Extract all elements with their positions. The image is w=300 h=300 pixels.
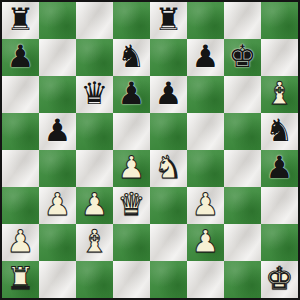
square-h1[interactable]: ♚ [261, 261, 298, 298]
square-c4[interactable] [76, 150, 113, 187]
chess-board: ♜♜♟♞♟♚♛♟♟♝♟♞♟♞♟♟♟♛♟♟♝♟♜♚ [0, 0, 300, 300]
square-f3[interactable]: ♟ [187, 187, 224, 224]
square-c3[interactable]: ♟ [76, 187, 113, 224]
square-h5[interactable]: ♞ [261, 113, 298, 150]
square-h6[interactable]: ♝ [261, 76, 298, 113]
white-bishop-piece[interactable]: ♝ [266, 78, 294, 109]
square-e3[interactable] [150, 187, 187, 224]
square-e7[interactable] [150, 39, 187, 76]
white-queen-piece[interactable]: ♛ [118, 189, 146, 220]
square-g5[interactable] [224, 113, 261, 150]
square-a7[interactable]: ♟ [2, 39, 39, 76]
square-d6[interactable]: ♟ [113, 76, 150, 113]
white-pawn-piece[interactable]: ♟ [81, 189, 109, 220]
square-f7[interactable]: ♟ [187, 39, 224, 76]
square-d3[interactable]: ♛ [113, 187, 150, 224]
square-g8[interactable] [224, 2, 261, 39]
black-king-piece[interactable]: ♚ [229, 41, 257, 72]
white-rook-piece[interactable]: ♜ [7, 263, 35, 294]
square-h3[interactable] [261, 187, 298, 224]
white-king-piece[interactable]: ♚ [266, 263, 294, 294]
black-pawn-piece[interactable]: ♟ [266, 152, 294, 183]
square-g2[interactable] [224, 224, 261, 261]
square-c1[interactable] [76, 261, 113, 298]
black-knight-piece[interactable]: ♞ [118, 41, 146, 72]
square-e5[interactable] [150, 113, 187, 150]
square-h4[interactable]: ♟ [261, 150, 298, 187]
square-f2[interactable]: ♟ [187, 224, 224, 261]
square-e4[interactable]: ♞ [150, 150, 187, 187]
square-b4[interactable] [39, 150, 76, 187]
square-b1[interactable] [39, 261, 76, 298]
square-g3[interactable] [224, 187, 261, 224]
square-f5[interactable] [187, 113, 224, 150]
square-a4[interactable] [2, 150, 39, 187]
square-h8[interactable] [261, 2, 298, 39]
black-rook-piece[interactable]: ♜ [155, 4, 183, 35]
square-a2[interactable]: ♟ [2, 224, 39, 261]
white-knight-piece[interactable]: ♞ [155, 152, 183, 183]
square-b6[interactable] [39, 76, 76, 113]
black-queen-piece[interactable]: ♛ [81, 78, 109, 109]
square-f6[interactable] [187, 76, 224, 113]
square-e6[interactable]: ♟ [150, 76, 187, 113]
black-pawn-piece[interactable]: ♟ [155, 78, 183, 109]
square-a8[interactable]: ♜ [2, 2, 39, 39]
black-knight-piece[interactable]: ♞ [266, 115, 294, 146]
square-b5[interactable]: ♟ [39, 113, 76, 150]
square-d1[interactable] [113, 261, 150, 298]
square-d4[interactable]: ♟ [113, 150, 150, 187]
black-pawn-piece[interactable]: ♟ [44, 115, 72, 146]
square-c7[interactable] [76, 39, 113, 76]
square-f4[interactable] [187, 150, 224, 187]
black-pawn-piece[interactable]: ♟ [192, 41, 220, 72]
square-c8[interactable] [76, 2, 113, 39]
square-b3[interactable]: ♟ [39, 187, 76, 224]
square-c5[interactable] [76, 113, 113, 150]
white-pawn-piece[interactable]: ♟ [192, 189, 220, 220]
square-d7[interactable]: ♞ [113, 39, 150, 76]
square-a6[interactable] [2, 76, 39, 113]
square-f8[interactable] [187, 2, 224, 39]
white-pawn-piece[interactable]: ♟ [118, 152, 146, 183]
square-c6[interactable]: ♛ [76, 76, 113, 113]
white-pawn-piece[interactable]: ♟ [7, 226, 35, 257]
black-rook-piece[interactable]: ♜ [7, 4, 35, 35]
square-b8[interactable] [39, 2, 76, 39]
square-d2[interactable] [113, 224, 150, 261]
square-a3[interactable] [2, 187, 39, 224]
square-h2[interactable] [261, 224, 298, 261]
square-d8[interactable] [113, 2, 150, 39]
square-e1[interactable] [150, 261, 187, 298]
black-pawn-piece[interactable]: ♟ [7, 41, 35, 72]
square-b7[interactable] [39, 39, 76, 76]
square-a1[interactable]: ♜ [2, 261, 39, 298]
white-pawn-piece[interactable]: ♟ [192, 226, 220, 257]
square-d5[interactable] [113, 113, 150, 150]
square-g1[interactable] [224, 261, 261, 298]
square-g7[interactable]: ♚ [224, 39, 261, 76]
square-e2[interactable] [150, 224, 187, 261]
square-g4[interactable] [224, 150, 261, 187]
square-h7[interactable] [261, 39, 298, 76]
black-pawn-piece[interactable]: ♟ [118, 78, 146, 109]
square-f1[interactable] [187, 261, 224, 298]
square-g6[interactable] [224, 76, 261, 113]
white-bishop-piece[interactable]: ♝ [81, 226, 109, 257]
square-b2[interactable] [39, 224, 76, 261]
square-e8[interactable]: ♜ [150, 2, 187, 39]
square-c2[interactable]: ♝ [76, 224, 113, 261]
white-pawn-piece[interactable]: ♟ [44, 189, 72, 220]
square-a5[interactable] [2, 113, 39, 150]
